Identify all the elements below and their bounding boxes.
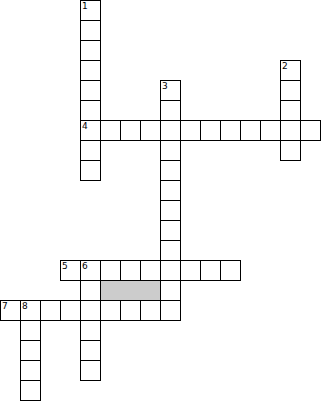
grid-cell[interactable] [80,280,101,301]
grid-cell[interactable] [80,160,101,181]
grid-cell[interactable] [120,120,141,141]
grid-cell[interactable] [140,260,161,281]
grid-cell[interactable] [100,260,121,281]
grid-cell[interactable] [280,120,301,141]
grid-cell[interactable] [20,300,41,321]
grid-cell[interactable] [80,300,101,321]
grid-cell[interactable] [220,260,241,281]
grid-cell[interactable] [40,300,61,321]
grid-cell[interactable] [100,120,121,141]
grid-cell[interactable] [160,240,181,261]
grid-cell[interactable] [80,40,101,61]
grid-cell[interactable] [160,260,181,281]
grid-cell[interactable] [20,320,41,341]
shaded-block [100,280,161,301]
grid-cell[interactable] [280,60,301,81]
grid-cell[interactable] [160,280,181,301]
grid-cell[interactable] [0,300,21,321]
grid-cell[interactable] [160,120,181,141]
grid-cell[interactable] [80,260,101,281]
grid-cell[interactable] [240,120,261,141]
crossword-board: 12345678 [0,0,321,401]
grid-cell[interactable] [80,0,101,21]
grid-cell[interactable] [160,160,181,181]
grid-cell[interactable] [280,80,301,101]
grid-cell[interactable] [160,180,181,201]
grid-cell[interactable] [20,380,41,401]
grid-cell[interactable] [160,100,181,121]
grid-cell[interactable] [160,300,181,321]
grid-cell[interactable] [260,120,281,141]
grid-cell[interactable] [20,360,41,381]
grid-cell[interactable] [80,120,101,141]
grid-cell[interactable] [200,260,221,281]
grid-cell[interactable] [220,120,241,141]
grid-cell[interactable] [80,140,101,161]
grid-cell[interactable] [180,260,201,281]
grid-cell[interactable] [120,300,141,321]
grid-cell[interactable] [80,100,101,121]
grid-cell[interactable] [60,300,81,321]
grid-cell[interactable] [280,140,301,161]
grid-cell[interactable] [160,220,181,241]
grid-cell[interactable] [160,80,181,101]
grid-cell[interactable] [100,300,121,321]
grid-cell[interactable] [160,140,181,161]
grid-cell[interactable] [60,260,81,281]
grid-cell[interactable] [80,80,101,101]
grid-cell[interactable] [80,60,101,81]
grid-cell[interactable] [80,340,101,361]
grid-cell[interactable] [140,120,161,141]
grid-cell[interactable] [140,300,161,321]
grid-cell[interactable] [200,120,221,141]
grid-cell[interactable] [160,200,181,221]
grid-cell[interactable] [280,100,301,121]
grid-cell[interactable] [80,320,101,341]
crossword-page: 12345678 [0,0,321,401]
grid-cell[interactable] [180,120,201,141]
grid-cell[interactable] [20,340,41,361]
grid-cell[interactable] [80,20,101,41]
grid-cell[interactable] [300,120,321,141]
grid-cell[interactable] [80,360,101,381]
grid-cell[interactable] [120,260,141,281]
